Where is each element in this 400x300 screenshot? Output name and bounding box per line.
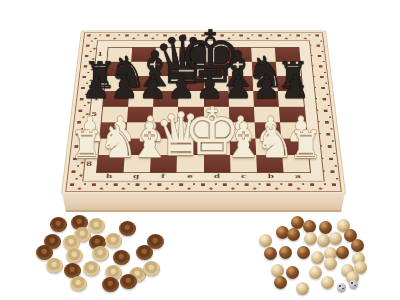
wooden-ball-light — [309, 266, 322, 279]
wooden-ball-light — [329, 232, 342, 245]
wooden-ball-dark — [303, 220, 316, 233]
wooden-ball-light — [321, 276, 334, 289]
wooden-ball-dark — [274, 276, 287, 289]
wooden-ball-light — [296, 282, 309, 295]
wooden-ball-dark — [319, 221, 332, 234]
die — [337, 283, 346, 292]
wooden-ball-dark — [287, 228, 300, 241]
wooden-ball-dark — [291, 216, 304, 229]
wooden-ball-dark — [286, 266, 299, 279]
die — [349, 280, 358, 289]
wooden-ball-dark — [351, 239, 364, 252]
wooden-ball-dark — [264, 247, 277, 260]
balls-group — [0, 0, 400, 300]
wooden-ball-light — [304, 232, 317, 245]
wooden-ball-light — [324, 257, 337, 270]
wooden-ball-light — [317, 234, 330, 247]
product-photo: hgfedcba12345678 ♜♞♝♛♚♝♞♜♟♟♟♟♟♟♟♟♟♟♟♟♟♟♟… — [0, 0, 400, 300]
wooden-ball-light — [311, 251, 324, 264]
wooden-ball-dark — [297, 246, 310, 259]
wooden-ball-light — [259, 234, 272, 247]
wooden-ball-light — [271, 264, 284, 277]
wooden-ball-dark — [336, 246, 349, 259]
wooden-ball-dark — [279, 246, 292, 259]
